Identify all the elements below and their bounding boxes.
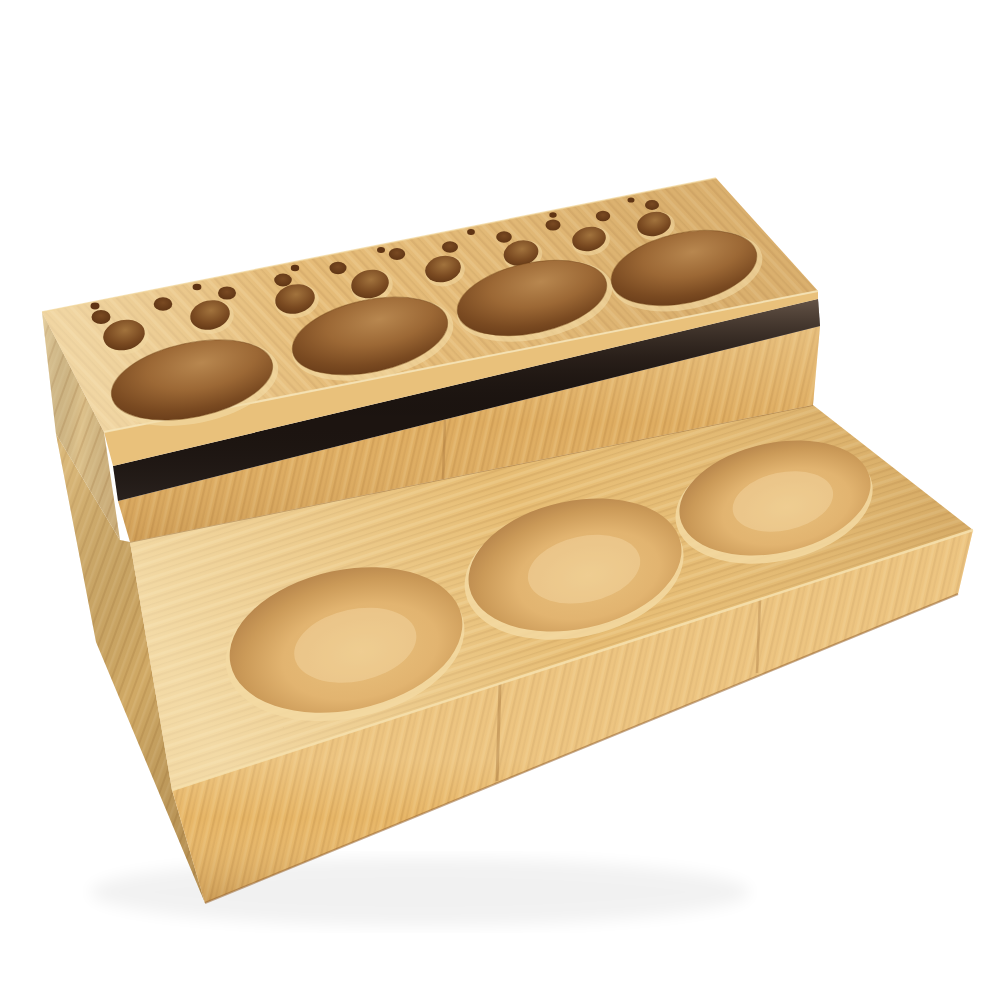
pin-hole <box>377 247 385 253</box>
photo-canvas <box>0 0 1001 1001</box>
small-hole <box>645 200 659 210</box>
pin-hole <box>549 212 556 218</box>
bamboo-tool-stand-photo <box>0 0 1001 1001</box>
small-hole <box>546 220 561 231</box>
small-hole <box>154 297 173 311</box>
pin-hole <box>291 265 299 271</box>
small-hole <box>389 248 405 260</box>
small-hole <box>92 310 111 324</box>
ground-shadow <box>90 858 750 926</box>
pin-hole <box>467 229 475 235</box>
small-hole <box>596 211 610 222</box>
small-hole <box>330 262 347 274</box>
pin-hole <box>628 197 635 202</box>
small-hole <box>218 286 236 299</box>
pin-hole <box>91 303 100 310</box>
small-hole <box>442 241 458 253</box>
small-hole <box>274 274 292 287</box>
small-hole <box>496 231 512 242</box>
pin-hole <box>193 284 202 291</box>
